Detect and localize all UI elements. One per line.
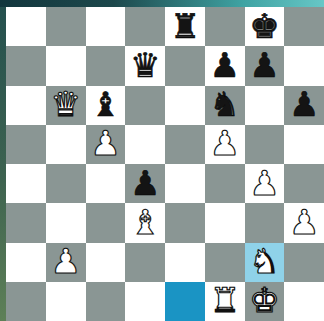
square-d2[interactable] (125, 243, 165, 282)
black-rook[interactable]: ♜ (170, 9, 200, 43)
black-pawn[interactable]: ♟ (289, 87, 319, 121)
square-d6[interactable] (125, 86, 165, 125)
square-h8[interactable] (284, 7, 324, 46)
black-pawn[interactable]: ♟ (249, 48, 279, 82)
square-e2[interactable] (165, 243, 205, 282)
square-b8[interactable] (46, 7, 86, 46)
square-c3[interactable] (86, 203, 126, 242)
white-pawn[interactable]: ♟ (289, 205, 319, 239)
square-g7[interactable]: ♟ (245, 46, 285, 85)
square-e8[interactable]: ♜ (165, 7, 205, 46)
square-h1[interactable] (284, 282, 324, 321)
square-f2[interactable] (205, 243, 245, 282)
square-a3[interactable] (6, 203, 46, 242)
white-pawn[interactable]: ♟ (209, 126, 239, 160)
square-e3[interactable] (165, 203, 205, 242)
square-c2[interactable] (86, 243, 126, 282)
square-h4[interactable] (284, 164, 324, 203)
white-pawn[interactable]: ♟ (249, 166, 279, 200)
square-e7[interactable] (165, 46, 205, 85)
square-a7[interactable] (6, 46, 46, 85)
square-d4[interactable]: ♟ (125, 164, 165, 203)
chess-app-view: ♜♚♛♟♟♛♝♞♟♟♟♟♟♝♟♟♞♜♚ (0, 0, 324, 321)
square-b4[interactable] (46, 164, 86, 203)
square-b5[interactable] (46, 125, 86, 164)
square-b3[interactable] (46, 203, 86, 242)
square-a2[interactable] (6, 243, 46, 282)
square-h7[interactable] (284, 46, 324, 85)
square-a4[interactable] (6, 164, 46, 203)
square-a1[interactable] (6, 282, 46, 321)
background-top-strip (0, 0, 324, 7)
square-c7[interactable] (86, 46, 126, 85)
white-bishop[interactable]: ♝ (130, 205, 160, 239)
square-f4[interactable] (205, 164, 245, 203)
square-f1[interactable]: ♜ (205, 282, 245, 321)
square-c5[interactable]: ♟ (86, 125, 126, 164)
square-a8[interactable] (6, 7, 46, 46)
black-queen[interactable]: ♛ (130, 48, 160, 82)
black-pawn[interactable]: ♟ (209, 48, 239, 82)
square-f8[interactable] (205, 7, 245, 46)
square-d5[interactable] (125, 125, 165, 164)
square-b1[interactable] (46, 282, 86, 321)
square-c4[interactable] (86, 164, 126, 203)
square-h2[interactable] (284, 243, 324, 282)
square-g8[interactable]: ♚ (245, 7, 285, 46)
square-d3[interactable]: ♝ (125, 203, 165, 242)
black-pawn[interactable]: ♟ (130, 166, 160, 200)
square-e1[interactable] (165, 282, 205, 321)
square-e4[interactable] (165, 164, 205, 203)
square-b6[interactable]: ♛ (46, 86, 86, 125)
black-bishop[interactable]: ♝ (90, 87, 120, 121)
white-rook[interactable]: ♜ (209, 283, 239, 317)
square-f7[interactable]: ♟ (205, 46, 245, 85)
square-h3[interactable]: ♟ (284, 203, 324, 242)
chess-board: ♜♚♛♟♟♛♝♞♟♟♟♟♟♝♟♟♞♜♚ (6, 7, 324, 321)
square-c1[interactable] (86, 282, 126, 321)
square-g2[interactable]: ♞ (245, 243, 285, 282)
square-g5[interactable] (245, 125, 285, 164)
square-c8[interactable] (86, 7, 126, 46)
white-knight[interactable]: ♞ (249, 244, 279, 278)
square-a6[interactable] (6, 86, 46, 125)
square-d8[interactable] (125, 7, 165, 46)
white-king[interactable]: ♚ (249, 283, 279, 317)
black-king[interactable]: ♚ (249, 9, 279, 43)
square-e6[interactable] (165, 86, 205, 125)
square-f6[interactable]: ♞ (205, 86, 245, 125)
square-f3[interactable] (205, 203, 245, 242)
square-d1[interactable] (125, 282, 165, 321)
square-d7[interactable]: ♛ (125, 46, 165, 85)
square-g6[interactable] (245, 86, 285, 125)
square-f5[interactable]: ♟ (205, 125, 245, 164)
square-h6[interactable]: ♟ (284, 86, 324, 125)
square-g4[interactable]: ♟ (245, 164, 285, 203)
square-b7[interactable] (46, 46, 86, 85)
black-knight[interactable]: ♞ (209, 87, 239, 121)
white-pawn[interactable]: ♟ (50, 244, 80, 278)
square-b2[interactable]: ♟ (46, 243, 86, 282)
white-pawn[interactable]: ♟ (90, 126, 120, 160)
square-a5[interactable] (6, 125, 46, 164)
square-g1[interactable]: ♚ (245, 282, 285, 321)
square-h5[interactable] (284, 125, 324, 164)
square-c6[interactable]: ♝ (86, 86, 126, 125)
square-e5[interactable] (165, 125, 205, 164)
white-queen[interactable]: ♛ (50, 87, 80, 121)
square-g3[interactable] (245, 203, 285, 242)
